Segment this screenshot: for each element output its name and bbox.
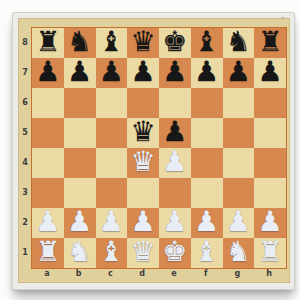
board-frame: 87654321 abcdefgh ♜♞♝♛♚♝♞♜♟♟♟♟♟♟♟♟♛♟♛♟♟♟… [12, 12, 295, 290]
black-pawn-g7[interactable]: ♟ [226, 58, 251, 86]
board-face: 87654321 abcdefgh ♜♞♝♛♚♝♞♜♟♟♟♟♟♟♟♟♛♟♛♟♟♟… [18, 18, 290, 283]
square-b2[interactable]: ♟ [64, 208, 96, 238]
rank-label-2: 2 [19, 207, 31, 237]
white-pawn-d2[interactable]: ♟ [131, 208, 156, 236]
square-a3[interactable] [32, 178, 64, 208]
square-d8[interactable]: ♛ [127, 28, 159, 58]
square-g5[interactable] [223, 118, 255, 148]
square-b4[interactable] [64, 148, 96, 178]
black-knight-b8[interactable]: ♞ [67, 28, 92, 56]
black-bishop-f8[interactable]: ♝ [194, 28, 219, 56]
rank-labels: 87654321 [19, 27, 31, 267]
square-c6[interactable] [96, 88, 128, 118]
white-bishop-c1[interactable]: ♝ [99, 238, 124, 266]
square-d7[interactable]: ♟ [127, 58, 159, 88]
square-f5[interactable] [191, 118, 223, 148]
black-king-e8[interactable]: ♚ [162, 28, 187, 56]
square-d1[interactable]: ♛ [127, 238, 159, 268]
square-a1[interactable]: ♜ [32, 238, 64, 268]
square-f2[interactable]: ♟ [191, 208, 223, 238]
black-pawn-f7[interactable]: ♟ [194, 58, 219, 86]
square-f8[interactable]: ♝ [191, 28, 223, 58]
square-h5[interactable] [254, 118, 286, 148]
square-b3[interactable] [64, 178, 96, 208]
white-pawn-a2[interactable]: ♟ [35, 208, 60, 236]
square-h4[interactable] [254, 148, 286, 178]
black-pawn-e5[interactable]: ♟ [162, 118, 187, 146]
white-queen-d4[interactable]: ♛ [131, 148, 156, 176]
black-pawn-d7[interactable]: ♟ [131, 58, 156, 86]
square-b1[interactable]: ♞ [64, 238, 96, 268]
white-bishop-f1[interactable]: ♝ [194, 238, 219, 266]
black-pawn-b7[interactable]: ♟ [67, 58, 92, 86]
rank-label-1: 1 [19, 237, 31, 267]
square-f7[interactable]: ♟ [191, 58, 223, 88]
square-a2[interactable]: ♟ [32, 208, 64, 238]
square-f3[interactable] [191, 178, 223, 208]
black-pawn-h7[interactable]: ♟ [258, 58, 283, 86]
white-king-e1[interactable]: ♚ [162, 238, 187, 266]
square-d2[interactable]: ♟ [127, 208, 159, 238]
white-rook-h1[interactable]: ♜ [258, 238, 283, 266]
square-d5[interactable]: ♛ [127, 118, 159, 148]
square-c4[interactable] [96, 148, 128, 178]
square-g3[interactable] [223, 178, 255, 208]
square-a8[interactable]: ♜ [32, 28, 64, 58]
square-e2[interactable]: ♟ [159, 208, 191, 238]
square-h8[interactable]: ♜ [254, 28, 286, 58]
square-b7[interactable]: ♟ [64, 58, 96, 88]
square-e3[interactable] [159, 178, 191, 208]
square-h3[interactable] [254, 178, 286, 208]
square-g4[interactable] [223, 148, 255, 178]
white-pawn-b2[interactable]: ♟ [67, 208, 92, 236]
chess-board[interactable]: ♜♞♝♛♚♝♞♜♟♟♟♟♟♟♟♟♛♟♛♟♟♟♟♟♟♟♟♟♜♞♝♛♚♝♞♜ [31, 27, 287, 269]
square-g8[interactable]: ♞ [223, 28, 255, 58]
rank-label-4: 4 [19, 147, 31, 177]
rank-label-8: 8 [19, 27, 31, 57]
square-b5[interactable] [64, 118, 96, 148]
rank-label-7: 7 [19, 57, 31, 87]
white-queen-d1[interactable]: ♛ [131, 238, 156, 266]
square-g7[interactable]: ♟ [223, 58, 255, 88]
white-pawn-c2[interactable]: ♟ [99, 208, 124, 236]
square-b8[interactable]: ♞ [64, 28, 96, 58]
square-c3[interactable] [96, 178, 128, 208]
square-e8[interactable]: ♚ [159, 28, 191, 58]
square-c2[interactable]: ♟ [96, 208, 128, 238]
black-pawn-e7[interactable]: ♟ [162, 58, 187, 86]
square-c1[interactable]: ♝ [96, 238, 128, 268]
square-e7[interactable]: ♟ [159, 58, 191, 88]
square-h7[interactable]: ♟ [254, 58, 286, 88]
square-a6[interactable] [32, 88, 64, 118]
square-h6[interactable] [254, 88, 286, 118]
square-f6[interactable] [191, 88, 223, 118]
square-a4[interactable] [32, 148, 64, 178]
square-b6[interactable] [64, 88, 96, 118]
square-d6[interactable] [127, 88, 159, 118]
square-h2[interactable]: ♟ [254, 208, 286, 238]
white-knight-g1[interactable]: ♞ [226, 238, 251, 266]
square-e5[interactable]: ♟ [159, 118, 191, 148]
white-pawn-e2[interactable]: ♟ [162, 208, 187, 236]
square-f4[interactable] [191, 148, 223, 178]
white-pawn-h2[interactable]: ♟ [258, 208, 283, 236]
white-knight-b1[interactable]: ♞ [67, 238, 92, 266]
black-pawn-c7[interactable]: ♟ [99, 58, 124, 86]
black-rook-h8[interactable]: ♜ [258, 28, 283, 56]
rank-label-6: 6 [19, 87, 31, 117]
black-rook-a8[interactable]: ♜ [35, 28, 60, 56]
white-rook-a1[interactable]: ♜ [35, 238, 60, 266]
rank-label-5: 5 [19, 117, 31, 147]
square-c5[interactable] [96, 118, 128, 148]
square-g2[interactable]: ♟ [223, 208, 255, 238]
square-e1[interactable]: ♚ [159, 238, 191, 268]
black-pawn-a7[interactable]: ♟ [35, 58, 60, 86]
black-queen-d8[interactable]: ♛ [131, 28, 156, 56]
demo-board-photo: 87654321 abcdefgh ♜♞♝♛♚♝♞♜♟♟♟♟♟♟♟♟♛♟♛♟♟♟… [0, 0, 300, 300]
square-e6[interactable] [159, 88, 191, 118]
white-pawn-g2[interactable]: ♟ [226, 208, 251, 236]
square-f1[interactable]: ♝ [191, 238, 223, 268]
square-g1[interactable]: ♞ [223, 238, 255, 268]
black-queen-d5[interactable]: ♛ [131, 118, 156, 146]
square-d4[interactable]: ♛ [127, 148, 159, 178]
white-pawn-e4[interactable]: ♟ [162, 148, 187, 176]
square-g6[interactable] [223, 88, 255, 118]
square-a5[interactable] [32, 118, 64, 148]
square-a7[interactable]: ♟ [32, 58, 64, 88]
square-e4[interactable]: ♟ [159, 148, 191, 178]
black-bishop-c8[interactable]: ♝ [99, 28, 124, 56]
square-d3[interactable] [127, 178, 159, 208]
square-c8[interactable]: ♝ [96, 28, 128, 58]
black-knight-g8[interactable]: ♞ [226, 28, 251, 56]
white-pawn-f2[interactable]: ♟ [194, 208, 219, 236]
square-h1[interactable]: ♜ [254, 238, 286, 268]
rank-label-3: 3 [19, 177, 31, 207]
square-c7[interactable]: ♟ [96, 58, 128, 88]
